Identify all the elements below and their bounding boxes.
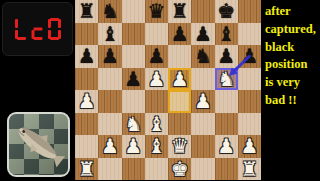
square-h7[interactable]: [238, 23, 261, 46]
left-panel: [0, 0, 75, 180]
video-frame: ♜♞♛♜♚♝♟♟♝♟♟♟♞♟♟♟♟♟♞♟♟♞♝♟♟♝♛♟♟♜♚♜ afterca…: [0, 0, 320, 180]
piece-black-pawn: ♟: [78, 46, 96, 66]
piece-black-bishop: ♝: [101, 24, 119, 44]
piece-black-pawn: ♟: [240, 46, 258, 66]
square-c5[interactable]: ♟: [122, 68, 145, 91]
chess-board: ♜♞♛♜♚♝♟♟♝♟♟♟♞♟♟♟♟♟♞♟♟♞♝♟♟♝♛♟♟♜♚♜: [75, 0, 261, 180]
square-g1[interactable]: [215, 158, 238, 181]
piece-black-pawn: ♟: [217, 46, 235, 66]
piece-black-knight: ♞: [101, 1, 119, 21]
square-c4[interactable]: [122, 90, 145, 113]
square-a5[interactable]: [75, 68, 98, 91]
square-b5[interactable]: [98, 68, 121, 91]
square-e2[interactable]: ♛: [168, 135, 191, 158]
piece-white-rook: ♜: [78, 159, 96, 179]
piece-white-king: ♚: [171, 159, 189, 179]
square-h3[interactable]: [238, 113, 261, 136]
square-f5[interactable]: [191, 68, 214, 91]
caption-line: captured,: [265, 21, 320, 39]
square-a2[interactable]: [75, 135, 98, 158]
fish-icon: [9, 114, 68, 175]
caption-line: black: [265, 39, 320, 57]
square-f6[interactable]: ♞: [191, 45, 214, 68]
piece-black-pawn: ♟: [194, 24, 212, 44]
square-d6[interactable]: ♟: [145, 45, 168, 68]
square-h8[interactable]: [238, 0, 261, 23]
square-b4[interactable]: [98, 90, 121, 113]
piece-white-pawn: ♟: [217, 136, 235, 156]
piece-black-knight: ♞: [194, 46, 212, 66]
square-d4[interactable]: [145, 90, 168, 113]
square-e1[interactable]: ♚: [168, 158, 191, 181]
square-b3[interactable]: [98, 113, 121, 136]
square-d7[interactable]: [145, 23, 168, 46]
piece-white-pawn: ♟: [194, 91, 212, 111]
piece-black-pawn: ♟: [101, 46, 119, 66]
square-f8[interactable]: [191, 0, 214, 23]
piece-white-rook: ♜: [240, 159, 258, 179]
square-g2[interactable]: ♟: [215, 135, 238, 158]
square-g6[interactable]: ♟: [215, 45, 238, 68]
piece-black-king: ♚: [217, 1, 235, 21]
square-d2[interactable]: ♝: [145, 135, 168, 158]
square-b2[interactable]: ♟: [98, 135, 121, 158]
square-f7[interactable]: ♟: [191, 23, 214, 46]
piece-white-bishop: ♝: [147, 114, 165, 134]
piece-white-pawn: ♟: [78, 91, 96, 111]
piece-white-pawn: ♟: [124, 136, 142, 156]
square-e7[interactable]: ♟: [168, 23, 191, 46]
square-h4[interactable]: [238, 90, 261, 113]
square-a6[interactable]: ♟: [75, 45, 98, 68]
fish-avatar: [7, 112, 70, 177]
square-b8[interactable]: ♞: [98, 0, 121, 23]
square-f4[interactable]: ♟: [191, 90, 214, 113]
square-c2[interactable]: ♟: [122, 135, 145, 158]
square-g3[interactable]: [215, 113, 238, 136]
square-g8[interactable]: ♚: [215, 0, 238, 23]
square-h6[interactable]: ♟: [238, 45, 261, 68]
piece-white-pawn: ♟: [101, 136, 119, 156]
caption-line: is very: [265, 74, 320, 92]
square-d1[interactable]: [145, 158, 168, 181]
piece-white-bishop: ♝: [147, 136, 165, 156]
square-d3[interactable]: ♝: [145, 113, 168, 136]
square-f2[interactable]: [191, 135, 214, 158]
square-a3[interactable]: [75, 113, 98, 136]
piece-black-rook: ♜: [171, 1, 189, 21]
square-g5[interactable]: ♞: [215, 68, 238, 91]
square-h1[interactable]: ♜: [238, 158, 261, 181]
square-c8[interactable]: [122, 0, 145, 23]
piece-black-rook: ♜: [78, 1, 96, 21]
piece-black-pawn: ♟: [171, 24, 189, 44]
square-b7[interactable]: ♝: [98, 23, 121, 46]
square-d8[interactable]: ♛: [145, 0, 168, 23]
square-e4[interactable]: [168, 90, 191, 113]
square-c6[interactable]: [122, 45, 145, 68]
square-e3[interactable]: [168, 113, 191, 136]
square-h5[interactable]: [238, 68, 261, 91]
lc0-seven-segment-logo: [15, 18, 61, 40]
piece-white-knight: ♞: [124, 114, 142, 134]
square-b1[interactable]: [98, 158, 121, 181]
caption-line: after: [265, 3, 320, 21]
square-c7[interactable]: [122, 23, 145, 46]
lc0-engine-badge: [2, 2, 73, 56]
caption-panel: aftercaptured,blackpositionis verybad !!: [261, 0, 320, 180]
square-f1[interactable]: [191, 158, 214, 181]
piece-black-queen: ♛: [147, 1, 165, 21]
square-c1[interactable]: [122, 158, 145, 181]
square-e6[interactable]: [168, 45, 191, 68]
square-a1[interactable]: ♜: [75, 158, 98, 181]
square-g4[interactable]: [215, 90, 238, 113]
piece-white-pawn: ♟: [171, 69, 189, 89]
piece-white-pawn: ♟: [147, 69, 165, 89]
caption-line: bad !!: [265, 92, 320, 110]
square-g7[interactable]: ♝: [215, 23, 238, 46]
square-a7[interactable]: [75, 23, 98, 46]
piece-white-knight: ♞: [217, 69, 235, 89]
square-d5[interactable]: ♟: [145, 68, 168, 91]
square-e5[interactable]: ♟: [168, 68, 191, 91]
square-a8[interactable]: ♜: [75, 0, 98, 23]
piece-white-queen: ♛: [171, 136, 189, 156]
piece-white-pawn: ♟: [240, 136, 258, 156]
square-f3[interactable]: [191, 113, 214, 136]
piece-black-pawn: ♟: [124, 69, 142, 89]
piece-black-bishop: ♝: [217, 24, 235, 44]
square-c3[interactable]: ♞: [122, 113, 145, 136]
caption-line: position: [265, 56, 320, 74]
square-e8[interactable]: ♜: [168, 0, 191, 23]
piece-black-pawn: ♟: [147, 46, 165, 66]
square-b6[interactable]: ♟: [98, 45, 121, 68]
square-a4[interactable]: ♟: [75, 90, 98, 113]
square-h2[interactable]: ♟: [238, 135, 261, 158]
